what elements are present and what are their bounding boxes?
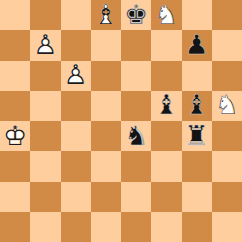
square-d8[interactable]: ♝♗ bbox=[91, 0, 121, 30]
square-d4[interactable] bbox=[91, 121, 121, 151]
square-e7[interactable] bbox=[121, 30, 151, 60]
piece-white-king[interactable]: ♚♔ bbox=[0, 121, 30, 151]
square-g2[interactable] bbox=[182, 182, 212, 212]
piece-black-bishop[interactable]: ♝ bbox=[182, 91, 212, 121]
square-f3[interactable] bbox=[151, 151, 181, 181]
square-d6[interactable] bbox=[91, 61, 121, 91]
square-h8[interactable] bbox=[212, 0, 242, 30]
piece-white-knight[interactable]: ♞♘ bbox=[151, 0, 181, 30]
black-rook-glyph: ♜ bbox=[182, 120, 212, 150]
square-f4[interactable] bbox=[151, 121, 181, 151]
square-g5[interactable]: ♝ bbox=[182, 91, 212, 121]
white-bishop-glyph-outline: ♗ bbox=[91, 0, 121, 29]
square-g1[interactable] bbox=[182, 212, 212, 242]
black-king-glyph: ♚ bbox=[121, 0, 151, 29]
black-knight-glyph: ♞ bbox=[121, 120, 151, 150]
square-e8[interactable]: ♚ bbox=[121, 0, 151, 30]
piece-black-rook[interactable]: ♜ bbox=[182, 121, 212, 151]
square-a7[interactable] bbox=[0, 30, 30, 60]
square-g4[interactable]: ♜ bbox=[182, 121, 212, 151]
square-a5[interactable] bbox=[0, 91, 30, 121]
black-bishop-glyph: ♝ bbox=[182, 90, 212, 120]
square-d5[interactable] bbox=[91, 91, 121, 121]
square-f6[interactable] bbox=[151, 61, 181, 91]
square-e5[interactable] bbox=[121, 91, 151, 121]
square-c6[interactable]: ♟♙ bbox=[61, 61, 91, 91]
square-d1[interactable] bbox=[91, 212, 121, 242]
chess-board: ♝♗♚♞♘♟♙♟♟♙♝♝♞♘♚♔♞♜ bbox=[0, 0, 242, 242]
piece-white-pawn[interactable]: ♟♙ bbox=[61, 61, 91, 91]
square-a8[interactable] bbox=[0, 0, 30, 30]
square-g3[interactable] bbox=[182, 151, 212, 181]
white-knight-glyph-outline: ♘ bbox=[151, 0, 181, 29]
square-h3[interactable] bbox=[212, 151, 242, 181]
square-a2[interactable] bbox=[0, 182, 30, 212]
square-a4[interactable]: ♚♔ bbox=[0, 121, 30, 151]
square-c1[interactable] bbox=[61, 212, 91, 242]
white-knight-glyph-outline: ♘ bbox=[212, 90, 242, 120]
square-e1[interactable] bbox=[121, 212, 151, 242]
square-b1[interactable] bbox=[30, 212, 60, 242]
square-c3[interactable] bbox=[61, 151, 91, 181]
piece-black-pawn[interactable]: ♟ bbox=[182, 30, 212, 60]
square-b4[interactable] bbox=[30, 121, 60, 151]
square-e4[interactable]: ♞ bbox=[121, 121, 151, 151]
square-b7[interactable]: ♟♙ bbox=[30, 30, 60, 60]
square-f5[interactable]: ♝ bbox=[151, 91, 181, 121]
white-pawn-glyph-outline: ♙ bbox=[61, 60, 91, 90]
black-pawn-glyph: ♟ bbox=[182, 29, 212, 59]
square-a6[interactable] bbox=[0, 61, 30, 91]
square-e3[interactable] bbox=[121, 151, 151, 181]
square-c8[interactable] bbox=[61, 0, 91, 30]
piece-white-knight[interactable]: ♞♘ bbox=[212, 91, 242, 121]
piece-black-knight[interactable]: ♞ bbox=[121, 121, 151, 151]
square-c7[interactable] bbox=[61, 30, 91, 60]
piece-black-bishop[interactable]: ♝ bbox=[151, 91, 181, 121]
square-c4[interactable] bbox=[61, 121, 91, 151]
square-b6[interactable] bbox=[30, 61, 60, 91]
square-f7[interactable] bbox=[151, 30, 181, 60]
square-h4[interactable] bbox=[212, 121, 242, 151]
square-h7[interactable] bbox=[212, 30, 242, 60]
square-b3[interactable] bbox=[30, 151, 60, 181]
piece-black-king[interactable]: ♚ bbox=[121, 0, 151, 30]
white-pawn-glyph-outline: ♙ bbox=[30, 29, 60, 59]
square-g6[interactable] bbox=[182, 61, 212, 91]
square-h6[interactable] bbox=[212, 61, 242, 91]
square-f2[interactable] bbox=[151, 182, 181, 212]
black-bishop-glyph: ♝ bbox=[151, 90, 181, 120]
white-king-glyph-outline: ♔ bbox=[0, 120, 30, 150]
square-b2[interactable] bbox=[30, 182, 60, 212]
square-a3[interactable] bbox=[0, 151, 30, 181]
square-h2[interactable] bbox=[212, 182, 242, 212]
square-e2[interactable] bbox=[121, 182, 151, 212]
square-d2[interactable] bbox=[91, 182, 121, 212]
piece-white-bishop[interactable]: ♝♗ bbox=[91, 0, 121, 30]
square-h1[interactable] bbox=[212, 212, 242, 242]
square-f1[interactable] bbox=[151, 212, 181, 242]
square-g7[interactable]: ♟ bbox=[182, 30, 212, 60]
square-e6[interactable] bbox=[121, 61, 151, 91]
square-c5[interactable] bbox=[61, 91, 91, 121]
square-c2[interactable] bbox=[61, 182, 91, 212]
square-f8[interactable]: ♞♘ bbox=[151, 0, 181, 30]
square-g8[interactable] bbox=[182, 0, 212, 30]
square-d3[interactable] bbox=[91, 151, 121, 181]
square-b8[interactable] bbox=[30, 0, 60, 30]
square-h5[interactable]: ♞♘ bbox=[212, 91, 242, 121]
square-d7[interactable] bbox=[91, 30, 121, 60]
piece-white-pawn[interactable]: ♟♙ bbox=[30, 30, 60, 60]
square-b5[interactable] bbox=[30, 91, 60, 121]
square-a1[interactable] bbox=[0, 212, 30, 242]
